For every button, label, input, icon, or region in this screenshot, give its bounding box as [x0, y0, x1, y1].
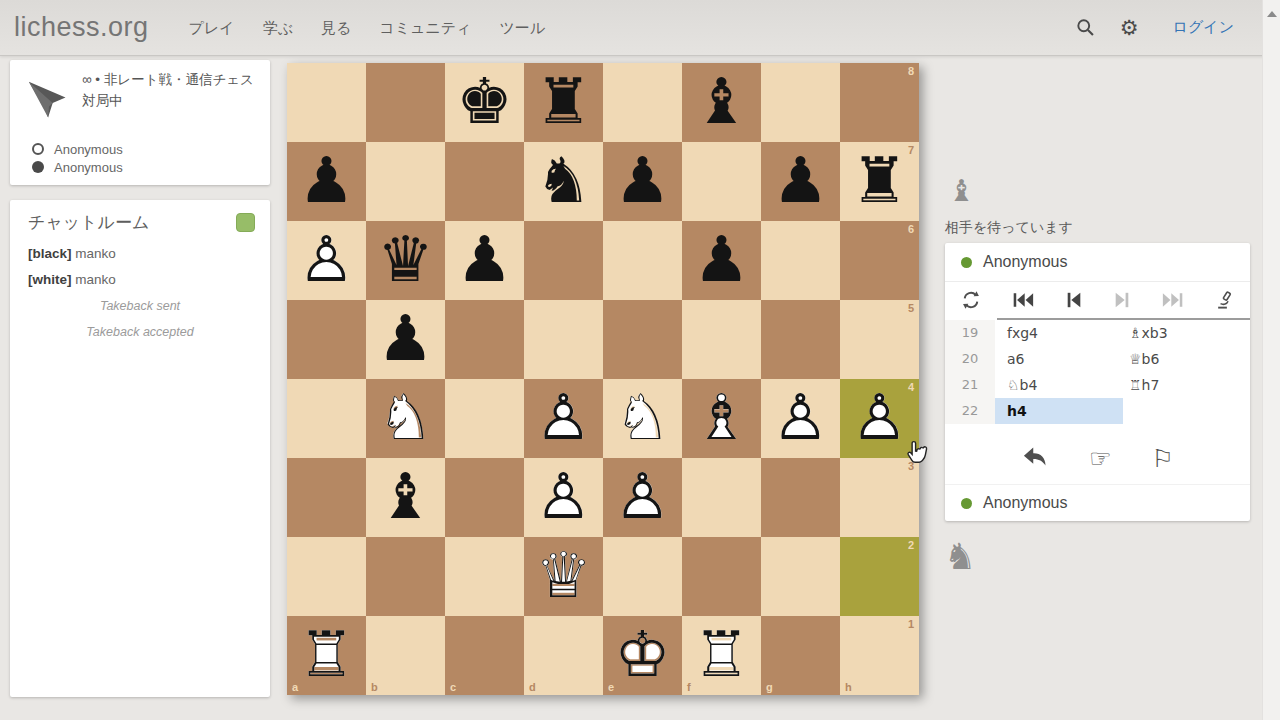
nav-item-2[interactable]: 見る — [307, 0, 365, 55]
search-icon[interactable] — [1075, 17, 1096, 38]
correspondence-plane-icon — [26, 80, 72, 128]
chess-board[interactable]: ♚♜♝8♟♞♟♟7♜♟♙♛♟♟6♟5♞♘♟♙♞♘♝♗♟♙4♟♙♝♟♙♟♙3♛♕2… — [287, 63, 919, 695]
move-number: 22 — [945, 398, 995, 424]
piece-white-K: ♚ — [603, 616, 682, 695]
captured-knight-icon: ♞ — [944, 537, 976, 577]
top-navbar: lichess.org プレイ学ぶ見るコミュニティツール ⚙ ログイン — [0, 0, 1280, 56]
square-c5[interactable] — [445, 300, 524, 379]
piece-white-N-outline: ♘ — [366, 379, 445, 458]
square-f4[interactable]: ♝♗ — [682, 379, 761, 458]
flip-board-icon[interactable] — [961, 290, 981, 310]
square-h7[interactable]: 7♜ — [840, 142, 919, 221]
black-player-name[interactable]: Anonymous — [54, 160, 123, 175]
piece-white-R: ♜ — [682, 616, 761, 695]
piece-white-N: ♞ — [366, 379, 445, 458]
square-c6[interactable]: ♟ — [445, 221, 524, 300]
square-a8[interactable] — [287, 63, 366, 142]
square-f2[interactable] — [682, 537, 761, 616]
piece-white-P: ♟ — [287, 221, 366, 300]
piece-black-P: ♟ — [682, 221, 761, 300]
rank-label: 6 — [908, 223, 914, 235]
square-e4[interactable]: ♞♘ — [603, 379, 682, 458]
square-f1[interactable]: f♜♖ — [682, 616, 761, 695]
chat-event: Takeback accepted — [10, 318, 270, 344]
move-row-21: 21♘b4♖h7 — [945, 372, 1250, 398]
chat-author: [black] — [28, 246, 72, 261]
square-g7[interactable]: ♟ — [761, 142, 840, 221]
square-g1[interactable]: g — [761, 616, 840, 695]
square-d2[interactable]: ♛♕ — [524, 537, 603, 616]
move-white-21[interactable]: ♘b4 — [995, 372, 1123, 398]
square-d6[interactable] — [524, 221, 603, 300]
file-label: e — [608, 681, 614, 693]
move-row-20: 20a6♕b6 — [945, 346, 1250, 372]
square-g2[interactable] — [761, 537, 840, 616]
square-b3[interactable]: ♝ — [366, 458, 445, 537]
piece-white-P-outline: ♙ — [524, 379, 603, 458]
file-label: g — [766, 681, 773, 693]
file-label: c — [450, 681, 456, 693]
rank-label: 8 — [908, 65, 914, 77]
waiting-for-opponent-text: 相手を待っています — [945, 219, 1073, 237]
chat-message: [white] manko — [10, 266, 270, 292]
piece-white-P: ♟ — [524, 458, 603, 537]
chat-header: チャットルーム — [10, 200, 270, 240]
square-a7[interactable]: ♟ — [287, 142, 366, 221]
square-a1[interactable]: a♜♖ — [287, 616, 366, 695]
rank-label: 1 — [908, 618, 914, 630]
piece-white-P: ♟ — [761, 379, 840, 458]
move-number: 19 — [945, 320, 995, 346]
nav-item-0[interactable]: プレイ — [175, 0, 249, 55]
piece-white-P-outline: ♙ — [761, 379, 840, 458]
previous-move-icon[interactable] — [1065, 291, 1083, 309]
move-black-22[interactable] — [1123, 398, 1250, 424]
game-status: 対局中 — [82, 93, 123, 108]
rank-label: 5 — [908, 302, 914, 314]
square-b5[interactable]: ♟ — [366, 300, 445, 379]
square-g8[interactable] — [761, 63, 840, 142]
square-a4[interactable] — [287, 379, 366, 458]
chat-messages: [black] manko[white] mankoTakeback sentT… — [10, 240, 270, 344]
piece-white-Q-outline: ♕ — [524, 537, 603, 616]
game-description: ∞ • 非レート戦・通信チェス 対局中 — [82, 69, 262, 111]
move-row-19: 19fxg4♗xb3 — [945, 320, 1250, 346]
square-e8[interactable] — [603, 63, 682, 142]
bottom-player-bar: Anonymous — [945, 484, 1250, 521]
chat-toggle-button[interactable] — [236, 213, 255, 232]
top-player-name[interactable]: Anonymous — [983, 253, 1068, 271]
square-d1[interactable]: d — [524, 616, 603, 695]
move-list: 19fxg4♗xb320a6♕b621♘b4♖h722h4 — [945, 320, 1250, 424]
square-e1[interactable]: e♚♔ — [603, 616, 682, 695]
move-number: 20 — [945, 346, 995, 372]
square-c7[interactable] — [445, 142, 524, 221]
nav-menu: プレイ学ぶ見るコミュニティツール — [175, 0, 560, 55]
game-mode: ∞ • 非レート戦・通信チェス — [82, 72, 254, 87]
piece-black-P: ♟ — [445, 221, 524, 300]
move-number: 21 — [945, 372, 995, 398]
piece-black-K: ♚ — [445, 63, 524, 142]
square-e2[interactable] — [603, 537, 682, 616]
last-move-icon[interactable] — [1162, 291, 1184, 309]
square-c8[interactable]: ♚ — [445, 63, 524, 142]
square-h4[interactable]: 4♟♙ — [840, 379, 919, 458]
nav-item-1[interactable]: 学ぶ — [249, 0, 307, 55]
black-player-row: Anonymous — [32, 158, 123, 176]
rank-label: 7 — [908, 144, 914, 156]
square-d7[interactable]: ♞ — [524, 142, 603, 221]
bottom-player-name[interactable]: Anonymous — [983, 494, 1068, 512]
piece-white-B: ♝ — [682, 379, 761, 458]
square-d3[interactable]: ♟♙ — [524, 458, 603, 537]
replay-controls — [945, 282, 1250, 318]
chat-author: [white] — [28, 272, 72, 287]
square-f3[interactable] — [682, 458, 761, 537]
square-b8[interactable] — [366, 63, 445, 142]
square-a6[interactable]: ♟♙ — [287, 221, 366, 300]
piece-white-R: ♜ — [287, 616, 366, 695]
rank-label: 4 — [908, 381, 914, 393]
chat-title: チャットルーム — [28, 211, 149, 234]
piece-white-P: ♟ — [524, 379, 603, 458]
piece-black-B: ♝ — [682, 63, 761, 142]
offer-draw-icon[interactable]: ☞ — [1089, 444, 1111, 473]
piece-white-N: ♞ — [603, 379, 682, 458]
piece-black-B: ♝ — [366, 458, 445, 537]
move-white-22[interactable]: h4 — [995, 398, 1123, 424]
online-dot-icon — [961, 498, 972, 509]
square-c1[interactable]: c — [445, 616, 524, 695]
chat-card: チャットルーム [black] manko[white] mankoTakeba… — [10, 200, 270, 697]
square-h3[interactable]: 3 — [840, 458, 919, 537]
opponent-bishop-icon: ♝ — [948, 176, 975, 206]
game-action-buttons: ☞ ⚐ — [945, 432, 1250, 484]
square-a5[interactable] — [287, 300, 366, 379]
move-white-20[interactable]: a6 — [995, 346, 1123, 372]
square-d5[interactable] — [524, 300, 603, 379]
square-d4[interactable]: ♟♙ — [524, 379, 603, 458]
square-b1[interactable]: b — [366, 616, 445, 695]
square-f8[interactable]: ♝ — [682, 63, 761, 142]
piece-white-N-outline: ♘ — [603, 379, 682, 458]
square-c4[interactable] — [445, 379, 524, 458]
player-list: Anonymous Anonymous — [32, 140, 123, 176]
square-f5[interactable] — [682, 300, 761, 379]
square-c2[interactable] — [445, 537, 524, 616]
square-b7[interactable] — [366, 142, 445, 221]
file-label: f — [687, 681, 691, 693]
move-row-22: 22h4 — [945, 398, 1250, 424]
square-g3[interactable] — [761, 458, 840, 537]
nav-item-3[interactable]: コミュニティ — [365, 0, 485, 55]
square-b6[interactable]: ♛ — [366, 221, 445, 300]
black-color-icon — [32, 161, 44, 173]
next-move-icon[interactable] — [1113, 291, 1131, 309]
gear-icon[interactable]: ⚙ — [1120, 16, 1139, 40]
square-f7[interactable] — [682, 142, 761, 221]
rank-label: 3 — [908, 460, 914, 472]
square-e7[interactable]: ♟ — [603, 142, 682, 221]
piece-white-R-outline: ♖ — [682, 616, 761, 695]
square-h8[interactable]: 8 — [840, 63, 919, 142]
file-label: a — [292, 681, 298, 693]
piece-white-B-outline: ♗ — [682, 379, 761, 458]
resign-flag-icon[interactable]: ⚐ — [1152, 444, 1174, 473]
square-b4[interactable]: ♞♘ — [366, 379, 445, 458]
square-g5[interactable] — [761, 300, 840, 379]
white-player-row: Anonymous — [32, 140, 123, 158]
nav-item-4[interactable]: ツール — [485, 0, 559, 55]
piece-black-P: ♟ — [287, 142, 366, 221]
top-player-bar: Anonymous — [945, 243, 1250, 282]
square-e3[interactable]: ♟♙ — [603, 458, 682, 537]
game-info-card: ∞ • 非レート戦・通信チェス 対局中 Anonymous Anonymous — [10, 60, 270, 185]
white-color-icon — [32, 143, 44, 155]
square-c3[interactable] — [445, 458, 524, 537]
chat-message: [black] manko — [10, 240, 270, 266]
first-move-icon[interactable] — [1012, 291, 1034, 309]
piece-black-N: ♞ — [524, 142, 603, 221]
takeback-icon[interactable] — [1021, 446, 1049, 470]
square-e5[interactable] — [603, 300, 682, 379]
file-label: h — [845, 681, 852, 693]
rank-label: 2 — [908, 539, 914, 551]
scrollbar-up-arrow[interactable] — [1267, 11, 1277, 17]
piece-white-R-outline: ♖ — [287, 616, 366, 695]
piece-black-P: ♟ — [366, 300, 445, 379]
move-black-20[interactable]: ♕b6 — [1123, 346, 1250, 372]
white-player-name[interactable]: Anonymous — [54, 142, 123, 157]
piece-white-Q: ♛ — [524, 537, 603, 616]
piece-black-P: ♟ — [761, 142, 840, 221]
login-button[interactable]: ログイン — [1173, 18, 1234, 37]
game-side-panel: Anonymous — [945, 243, 1250, 521]
piece-black-R: ♜ — [524, 63, 603, 142]
file-label: d — [529, 681, 536, 693]
square-a3[interactable] — [287, 458, 366, 537]
square-h5[interactable]: 5 — [840, 300, 919, 379]
piece-white-P-outline: ♙ — [524, 458, 603, 537]
piece-white-P-outline: ♙ — [287, 221, 366, 300]
piece-white-P-outline: ♙ — [603, 458, 682, 537]
chat-event: Takeback sent — [10, 292, 270, 318]
square-f6[interactable]: ♟ — [682, 221, 761, 300]
page-scrollbar[interactable] — [1262, 0, 1280, 720]
square-h2[interactable]: 2 — [840, 537, 919, 616]
square-h6[interactable]: 6 — [840, 221, 919, 300]
square-d8[interactable]: ♜ — [524, 63, 603, 142]
move-white-19[interactable]: fxg4 — [995, 320, 1123, 346]
square-e6[interactable] — [603, 221, 682, 300]
file-label: b — [371, 681, 378, 693]
square-h1[interactable]: 1h — [840, 616, 919, 695]
piece-black-P: ♟ — [603, 142, 682, 221]
online-dot-icon — [961, 257, 972, 268]
square-g6[interactable] — [761, 221, 840, 300]
square-g4[interactable]: ♟♙ — [761, 379, 840, 458]
move-black-19[interactable]: ♗xb3 — [1123, 320, 1250, 346]
piece-white-P: ♟ — [603, 458, 682, 537]
square-a2[interactable] — [287, 537, 366, 616]
analysis-board-icon[interactable] — [1215, 291, 1234, 310]
site-logo[interactable]: lichess.org — [14, 12, 149, 43]
move-black-21[interactable]: ♖h7 — [1123, 372, 1250, 398]
piece-white-K-outline: ♔ — [603, 616, 682, 695]
piece-black-Q: ♛ — [366, 221, 445, 300]
square-b2[interactable] — [366, 537, 445, 616]
